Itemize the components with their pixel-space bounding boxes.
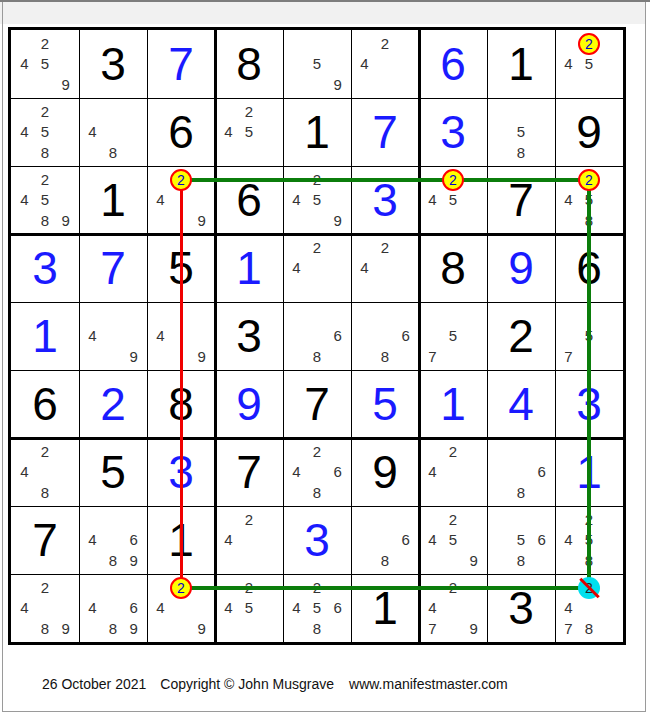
pencil-marks: 68	[487, 438, 555, 506]
pencil-marks: 4689	[79, 506, 147, 574]
candidate-5: 5	[579, 54, 600, 75]
cell-r5c6[interactable]: 68	[351, 302, 419, 370]
candidate-8: 8	[511, 142, 532, 163]
candidate-2: 2	[307, 577, 328, 598]
cell-r4c6[interactable]: 24	[351, 234, 419, 302]
candidate-4: 4	[150, 190, 171, 211]
pencil-marks: 49	[79, 302, 147, 370]
given-digit: 7	[304, 381, 330, 427]
pencil-marks: 57	[555, 302, 623, 370]
cell-r5c7[interactable]: 57	[419, 302, 487, 370]
candidate-6: 6	[395, 326, 416, 347]
cell-r3c3[interactable]: 49	[147, 166, 215, 234]
cell-r5c5[interactable]: 68	[283, 302, 351, 370]
candidate-9: 9	[123, 550, 144, 571]
solved-digit: 3	[372, 177, 398, 223]
candidate-4: 4	[558, 598, 579, 619]
candidate-7: 7	[558, 618, 579, 639]
candidate-2: 2	[35, 33, 56, 54]
cell-r9c3[interactable]: 49	[147, 574, 215, 642]
cell-r6c7[interactable]: 1	[419, 370, 487, 438]
solved-digit: 1	[440, 381, 466, 427]
pencil-marks: 45	[419, 166, 487, 234]
cell-r9c7[interactable]: 2479	[419, 574, 487, 642]
candidate-2: 2	[307, 169, 328, 190]
candidate-2: 2	[35, 441, 56, 462]
cell-r9c2[interactable]: 4689	[79, 574, 147, 642]
candidate-4: 4	[218, 122, 239, 143]
board-cells: 2459378592461452458486245173589245891496…	[11, 30, 623, 642]
solved-digit: 3	[168, 449, 194, 495]
candidate-6: 6	[531, 530, 552, 551]
cell-r3c6[interactable]: 3	[351, 166, 419, 234]
page-frame-left	[2, 2, 3, 711]
candidate-5: 5	[443, 530, 464, 551]
pencil-marks: 478	[555, 574, 623, 642]
pencil-marks: 24	[351, 30, 419, 98]
pencil-marks: 24568	[283, 574, 351, 642]
solved-digit: 1	[32, 313, 58, 359]
candidate-2: 2	[239, 509, 260, 530]
candidate-8: 8	[307, 346, 328, 367]
solved-digit: 7	[372, 109, 398, 155]
solved-digit: 7	[168, 41, 194, 87]
candidate-6: 6	[531, 462, 552, 483]
cell-r5c3[interactable]: 49	[147, 302, 215, 370]
cell-r1c5[interactable]: 59	[283, 30, 351, 98]
pencil-marks: 24	[283, 234, 351, 302]
candidate-4: 4	[14, 54, 35, 75]
cell-r2c9[interactable]: 9	[555, 98, 623, 166]
candidate-8: 8	[579, 618, 600, 639]
candidate-5: 5	[579, 530, 600, 551]
candidate-4: 4	[286, 190, 307, 211]
pencil-marks: 248	[11, 438, 79, 506]
candidate-7: 7	[422, 618, 443, 639]
given-digit: 3	[236, 313, 262, 359]
solved-digit: 3	[440, 109, 466, 155]
solved-digit: 2	[100, 381, 126, 427]
candidate-4: 4	[558, 54, 579, 75]
candidate-2: 2	[239, 101, 260, 122]
candidate-8: 8	[579, 550, 600, 571]
candidate-2: 2	[443, 577, 464, 598]
given-digit: 7	[508, 177, 534, 223]
given-digit: 1	[168, 517, 194, 563]
cell-r8c5[interactable]: 3	[283, 506, 351, 574]
cell-r4c4[interactable]: 1	[215, 234, 283, 302]
cell-r3c2[interactable]: 1	[79, 166, 147, 234]
given-digit: 7	[236, 449, 262, 495]
given-digit: 6	[32, 381, 58, 427]
candidate-2: 2	[375, 33, 396, 54]
cell-r3c9[interactable]: 458	[555, 166, 623, 234]
candidate-9: 9	[463, 550, 484, 571]
pencil-marks: 68	[351, 506, 419, 574]
pencil-marks: 458	[555, 166, 623, 234]
pencil-marks: 68	[283, 302, 351, 370]
pencil-marks: 2468	[283, 438, 351, 506]
cell-r7c5[interactable]: 2468	[283, 438, 351, 506]
pencil-marks: 45	[555, 30, 623, 98]
candidate-2: 2	[375, 237, 396, 258]
pencil-marks: 24	[215, 506, 283, 574]
candidate-4: 4	[354, 54, 375, 75]
candidate-9: 9	[55, 210, 76, 231]
candidate-2: 2	[307, 237, 328, 258]
candidate-5: 5	[307, 598, 328, 619]
cell-r4c5[interactable]: 24	[283, 234, 351, 302]
cell-r4c2[interactable]: 7	[79, 234, 147, 302]
given-digit: 5	[168, 245, 194, 291]
solved-digit: 1	[576, 449, 602, 495]
candidate-2: 2	[579, 509, 600, 530]
cell-r2c7[interactable]: 3	[419, 98, 487, 166]
cell-r7c9[interactable]: 1	[555, 438, 623, 506]
given-digit: 6	[168, 109, 194, 155]
cell-r9c4[interactable]: 245	[215, 574, 283, 642]
candidate-4: 4	[218, 530, 239, 551]
candidate-4: 4	[286, 598, 307, 619]
cell-r8c7[interactable]: 2459	[419, 506, 487, 574]
candidate-4: 4	[150, 598, 171, 619]
solved-digit: 7	[100, 245, 126, 291]
candidate-9: 9	[55, 618, 76, 639]
cell-r7c7[interactable]: 24	[419, 438, 487, 506]
pencil-marks: 2489	[11, 574, 79, 642]
candidate-7: 7	[422, 346, 443, 367]
candidate-2: 2	[307, 441, 328, 462]
candidate-6: 6	[327, 462, 348, 483]
candidate-6: 6	[327, 326, 348, 347]
cell-r1c1[interactable]: 2459	[11, 30, 79, 98]
cell-r8c6[interactable]: 68	[351, 506, 419, 574]
solved-digit: 9	[236, 381, 262, 427]
cell-r3c1[interactable]: 24589	[11, 166, 79, 234]
pencil-marks: 49	[147, 574, 215, 642]
cell-r5c9[interactable]: 57	[555, 302, 623, 370]
pencil-marks: 24	[351, 234, 419, 302]
cell-r8c3[interactable]: 1	[147, 506, 215, 574]
cell-r2c3[interactable]: 6	[147, 98, 215, 166]
candidate-8: 8	[35, 142, 56, 163]
cell-r6c1[interactable]: 6	[11, 370, 79, 438]
candidate-9: 9	[191, 346, 212, 367]
candidate-5: 5	[511, 530, 532, 551]
solved-digit: 6	[440, 41, 466, 87]
solved-digit: 9	[508, 245, 534, 291]
pencil-marks: 245	[215, 98, 283, 166]
candidate-8: 8	[103, 618, 124, 639]
sudoku-board: 2459378592461452458486245173589245891496…	[8, 27, 626, 645]
candidate-8: 8	[103, 142, 124, 163]
candidate-9: 9	[327, 74, 348, 95]
given-digit: 7	[32, 517, 58, 563]
pencil-marks: 2458	[11, 98, 79, 166]
candidate-9: 9	[191, 210, 212, 231]
pencil-marks: 2479	[419, 574, 487, 642]
candidate-5: 5	[511, 122, 532, 143]
cell-r1c4[interactable]: 8	[215, 30, 283, 98]
candidate-4: 4	[14, 190, 35, 211]
pencil-marks: 2458	[555, 506, 623, 574]
cell-r7c6[interactable]: 9	[351, 438, 419, 506]
pencil-marks: 245	[215, 574, 283, 642]
cell-r5c2[interactable]: 49	[79, 302, 147, 370]
candidate-5: 5	[307, 190, 328, 211]
candidate-5: 5	[443, 190, 464, 211]
cell-r5c4[interactable]: 3	[215, 302, 283, 370]
cell-r8c9[interactable]: 2458	[555, 506, 623, 574]
candidate-4: 4	[558, 190, 579, 211]
pencil-marks: 49	[147, 302, 215, 370]
candidate-9: 9	[191, 618, 212, 639]
solved-digit: 3	[32, 245, 58, 291]
given-digit: 3	[508, 585, 534, 631]
candidate-9: 9	[55, 74, 76, 95]
given-digit: 1	[304, 109, 330, 155]
given-digit: 1	[508, 41, 534, 87]
candidate-6: 6	[123, 598, 144, 619]
cell-r1c6[interactable]: 24	[351, 30, 419, 98]
solved-digit: 3	[576, 381, 602, 427]
page-frame-right	[645, 2, 646, 711]
caption-website: www.manifestmaster.com	[349, 676, 508, 692]
pencil-marks: 49	[147, 166, 215, 234]
cell-r8c4[interactable]: 24	[215, 506, 283, 574]
cell-r6c6[interactable]: 5	[351, 370, 419, 438]
cell-r1c3[interactable]: 7	[147, 30, 215, 98]
cell-r3c7[interactable]: 45	[419, 166, 487, 234]
given-digit: 8	[440, 245, 466, 291]
cell-r9c8[interactable]: 3	[487, 574, 555, 642]
candidate-2: 2	[443, 441, 464, 462]
cell-r4c8[interactable]: 9	[487, 234, 555, 302]
candidate-9: 9	[123, 618, 144, 639]
candidate-4: 4	[150, 326, 171, 347]
caption: 26 October 2021 Copyright © John Musgrav…	[42, 675, 508, 693]
candidate-4: 4	[82, 326, 103, 347]
pencil-marks: 68	[351, 302, 419, 370]
cell-r6c2[interactable]: 2	[79, 370, 147, 438]
candidate-5: 5	[35, 122, 56, 143]
cell-r5c8[interactable]: 2	[487, 302, 555, 370]
candidate-4: 4	[14, 598, 35, 619]
candidate-9: 9	[327, 210, 348, 231]
candidate-8: 8	[307, 618, 328, 639]
candidate-8: 8	[375, 346, 396, 367]
cell-r2c2[interactable]: 48	[79, 98, 147, 166]
candidate-4: 4	[14, 122, 35, 143]
candidate-8: 8	[103, 550, 124, 571]
candidate-8: 8	[579, 210, 600, 231]
candidate-2: 2	[239, 577, 260, 598]
candidate-5: 5	[239, 598, 260, 619]
cell-r2c1[interactable]: 2458	[11, 98, 79, 166]
solved-digit: 4	[508, 381, 534, 427]
candidate-4: 4	[14, 462, 35, 483]
cell-r9c5[interactable]: 24568	[283, 574, 351, 642]
cell-r3c4[interactable]: 6	[215, 166, 283, 234]
cell-r1c2[interactable]: 3	[79, 30, 147, 98]
pencil-marks: 24589	[11, 166, 79, 234]
given-digit: 1	[100, 177, 126, 223]
pencil-marks: 57	[419, 302, 487, 370]
solved-digit: 1	[236, 245, 262, 291]
candidate-8: 8	[35, 618, 56, 639]
cell-r9c6[interactable]: 1	[351, 574, 419, 642]
candidate-5: 5	[579, 190, 600, 211]
cell-r7c3[interactable]: 3	[147, 438, 215, 506]
pencil-marks: 2459	[419, 506, 487, 574]
candidate-2: 2	[35, 169, 56, 190]
candidate-4: 4	[558, 530, 579, 551]
cell-r1c9[interactable]: 45	[555, 30, 623, 98]
candidate-7: 7	[558, 346, 579, 367]
pencil-marks: 2459	[283, 166, 351, 234]
pencil-marks: 24	[419, 438, 487, 506]
window-top-band	[0, 2, 645, 24]
given-digit: 8	[168, 381, 194, 427]
candidate-5: 5	[35, 190, 56, 211]
given-digit: 5	[100, 449, 126, 495]
candidate-5: 5	[35, 54, 56, 75]
candidate-6: 6	[327, 598, 348, 619]
pencil-marks: 48	[79, 98, 147, 166]
caption-copyright: Copyright © John Musgrave	[160, 676, 334, 692]
cell-r8c8[interactable]: 568	[487, 506, 555, 574]
candidate-6: 6	[123, 530, 144, 551]
cell-r1c8[interactable]: 1	[487, 30, 555, 98]
candidate-5: 5	[239, 122, 260, 143]
pencil-marks: 58	[487, 98, 555, 166]
cell-r7c8[interactable]: 68	[487, 438, 555, 506]
given-digit: 2	[508, 313, 534, 359]
given-digit: 8	[236, 41, 262, 87]
solved-digit: 5	[372, 381, 398, 427]
candidate-6: 6	[395, 530, 416, 551]
candidate-4: 4	[286, 258, 307, 279]
cell-r2c6[interactable]: 7	[351, 98, 419, 166]
pencil-marks: 4689	[79, 574, 147, 642]
cell-r7c2[interactable]: 5	[79, 438, 147, 506]
candidate-5: 5	[443, 326, 464, 347]
cell-r6c9[interactable]: 3	[555, 370, 623, 438]
cell-r1c7[interactable]: 6	[419, 30, 487, 98]
candidate-4: 4	[422, 530, 443, 551]
cell-r2c4[interactable]: 245	[215, 98, 283, 166]
candidate-8: 8	[35, 210, 56, 231]
caption-date: 26 October 2021	[42, 676, 146, 692]
candidate-4: 4	[422, 598, 443, 619]
candidate-4: 4	[422, 462, 443, 483]
cell-r3c8[interactable]: 7	[487, 166, 555, 234]
candidate-4: 4	[82, 122, 103, 143]
cell-r8c1[interactable]: 7	[11, 506, 79, 574]
candidate-9: 9	[463, 618, 484, 639]
cell-r9c1[interactable]: 2489	[11, 574, 79, 642]
cell-r6c4[interactable]: 9	[215, 370, 283, 438]
candidate-4: 4	[422, 190, 443, 211]
candidate-2: 2	[35, 577, 56, 598]
given-digit: 6	[576, 245, 602, 291]
candidate-8: 8	[35, 482, 56, 503]
cell-r3c5[interactable]: 2459	[283, 166, 351, 234]
cell-r2c8[interactable]: 58	[487, 98, 555, 166]
candidate-8: 8	[511, 550, 532, 571]
pencil-marks: 59	[283, 30, 351, 98]
candidate-8: 8	[375, 550, 396, 571]
cell-r4c9[interactable]: 6	[555, 234, 623, 302]
cell-r7c4[interactable]: 7	[215, 438, 283, 506]
candidate-4: 4	[82, 530, 103, 551]
candidate-2: 2	[443, 509, 464, 530]
cell-r9c9[interactable]: 478	[555, 574, 623, 642]
candidate-5: 5	[579, 326, 600, 347]
cell-r5c1[interactable]: 1	[11, 302, 79, 370]
given-digit: 3	[100, 41, 126, 87]
candidate-4: 4	[286, 462, 307, 483]
candidate-4: 4	[82, 598, 103, 619]
candidate-4: 4	[218, 598, 239, 619]
pencil-marks: 568	[487, 506, 555, 574]
page-frame-bottom	[2, 711, 646, 712]
given-digit: 9	[576, 109, 602, 155]
solved-digit: 3	[304, 517, 330, 563]
given-digit: 1	[372, 585, 398, 631]
cell-r6c8[interactable]: 4	[487, 370, 555, 438]
cell-r4c1[interactable]: 3	[11, 234, 79, 302]
candidate-4: 4	[354, 258, 375, 279]
given-digit: 6	[236, 177, 262, 223]
cell-r2c5[interactable]: 1	[283, 98, 351, 166]
candidate-8: 8	[511, 482, 532, 503]
cell-r4c7[interactable]: 8	[419, 234, 487, 302]
cell-r8c2[interactable]: 4689	[79, 506, 147, 574]
cell-r6c3[interactable]: 8	[147, 370, 215, 438]
candidate-2: 2	[35, 101, 56, 122]
candidate-9: 9	[123, 346, 144, 367]
pencil-marks: 2459	[11, 30, 79, 98]
cell-r4c3[interactable]: 5	[147, 234, 215, 302]
given-digit: 9	[372, 449, 398, 495]
candidate-5: 5	[307, 54, 328, 75]
cell-r6c5[interactable]: 7	[283, 370, 351, 438]
cell-r7c1[interactable]: 248	[11, 438, 79, 506]
candidate-8: 8	[307, 482, 328, 503]
